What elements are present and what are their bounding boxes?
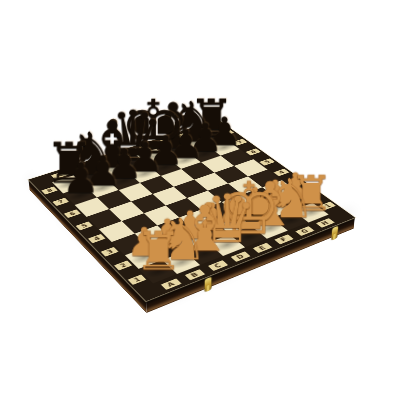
chess-board: ABCDEFGH ABCDEFGH 87654321 87654321 ♜♞♝♛…: [29, 120, 355, 302]
rank-label: 5: [76, 221, 93, 230]
brass-clasp: [331, 226, 338, 240]
chess-set-photo: ABCDEFGH ABCDEFGH 87654321 87654321 ♜♞♝♛…: [0, 0, 400, 400]
rank-label: 6: [64, 209, 81, 218]
piece-glyph: ♜: [108, 160, 208, 271]
scene: ABCDEFGH ABCDEFGH 87654321 87654321 ♜♞♝♛…: [0, 0, 400, 400]
brass-clasp: [205, 277, 212, 292]
board-grid: ♜♞♝♛♚♝♞♜♟♟♟♟♟♟♟♟♟♟♟♟♟♟♟♟♜♞♝♛♚♝♞♜: [52, 130, 329, 283]
